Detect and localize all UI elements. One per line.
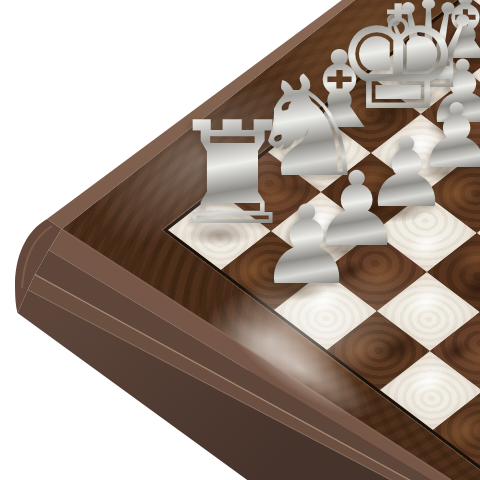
photo-canvas: ♝♟♟♛♟♚♟♝♞♟♜ — [0, 0, 480, 480]
piece-white-rook-h1: ♜ — [169, 103, 296, 245]
pieces-layer: ♝♟♟♛♟♚♟♝♞♟♜ — [0, 0, 480, 480]
